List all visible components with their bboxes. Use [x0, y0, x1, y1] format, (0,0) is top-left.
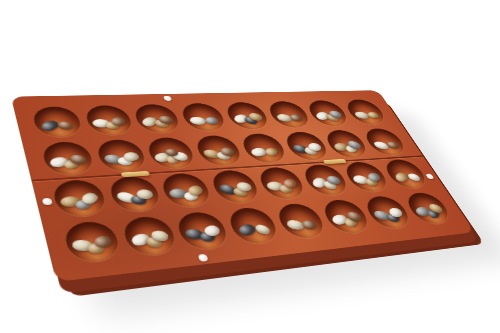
stone-brown: [158, 115, 174, 124]
pit-r2c1[interactable]: [40, 141, 96, 176]
pit-r4c2[interactable]: [119, 214, 179, 256]
pit-r1c1[interactable]: [31, 106, 85, 138]
pit-r1c2[interactable]: [83, 105, 136, 136]
magnet-dot-far: [163, 95, 172, 100]
mancala-board: [11, 90, 475, 282]
stone-brown: [165, 148, 180, 155]
pit-r2c2[interactable]: [94, 138, 149, 172]
pit-r3c2[interactable]: [106, 175, 163, 213]
magnet-dot-near: [197, 253, 208, 261]
product-photo-background: [0, 0, 500, 333]
stone-grey: [203, 116, 219, 125]
stone-tan: [264, 146, 280, 157]
stone-white: [407, 172, 421, 182]
stone-brown: [58, 120, 74, 130]
pit-r4c1[interactable]: [61, 219, 122, 263]
stone-cream: [254, 222, 270, 235]
pit-grid: [26, 97, 459, 267]
pit-r3c1[interactable]: [50, 178, 109, 217]
